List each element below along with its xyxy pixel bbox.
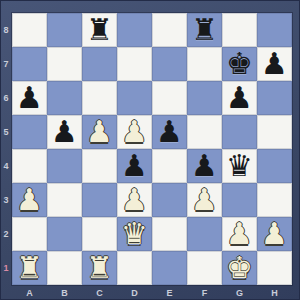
square-c1[interactable]: ♜ <box>82 251 117 285</box>
square-d8[interactable] <box>117 13 152 47</box>
black-king[interactable]: ♚ <box>226 47 253 81</box>
chess-board: ♜♜♚♟♟♟♟♟♟♟♟♟♛♟♟♟♛♟♟♜♜♚ <box>12 13 292 285</box>
white-rook[interactable]: ♜ <box>86 251 113 285</box>
rank-label-5: 5 <box>0 115 12 149</box>
square-b2[interactable] <box>47 217 82 251</box>
square-c6[interactable] <box>82 81 117 115</box>
square-g7[interactable]: ♚ <box>222 47 257 81</box>
black-pawn[interactable]: ♟ <box>121 149 148 183</box>
square-g1[interactable]: ♚ <box>222 251 257 285</box>
square-c4[interactable] <box>82 149 117 183</box>
square-g5[interactable] <box>222 115 257 149</box>
square-f3[interactable]: ♟ <box>187 183 222 217</box>
file-label-a: A <box>12 285 47 300</box>
white-pawn[interactable]: ♟ <box>121 115 148 149</box>
square-e7[interactable] <box>152 47 187 81</box>
square-a7[interactable] <box>12 47 47 81</box>
square-d7[interactable] <box>117 47 152 81</box>
white-queen[interactable]: ♛ <box>121 217 148 251</box>
square-a4[interactable] <box>12 149 47 183</box>
square-a6[interactable]: ♟ <box>12 81 47 115</box>
file-label-c: C <box>82 285 117 300</box>
square-d5[interactable]: ♟ <box>117 115 152 149</box>
square-c2[interactable] <box>82 217 117 251</box>
square-a2[interactable] <box>12 217 47 251</box>
square-b5[interactable]: ♟ <box>47 115 82 149</box>
white-pawn[interactable]: ♟ <box>226 217 253 251</box>
square-e1[interactable] <box>152 251 187 285</box>
square-h8[interactable] <box>257 13 292 47</box>
square-f5[interactable] <box>187 115 222 149</box>
square-c7[interactable] <box>82 47 117 81</box>
black-queen[interactable]: ♛ <box>226 149 253 183</box>
black-pawn[interactable]: ♟ <box>156 115 183 149</box>
square-g8[interactable] <box>222 13 257 47</box>
white-pawn[interactable]: ♟ <box>191 183 218 217</box>
square-h1[interactable] <box>257 251 292 285</box>
rank-label-4: 4 <box>0 149 12 183</box>
rank-label-6: 6 <box>0 81 12 115</box>
square-a1[interactable]: ♜ <box>12 251 47 285</box>
square-f7[interactable] <box>187 47 222 81</box>
black-pawn[interactable]: ♟ <box>16 81 43 115</box>
square-b4[interactable] <box>47 149 82 183</box>
square-h3[interactable] <box>257 183 292 217</box>
square-e5[interactable]: ♟ <box>152 115 187 149</box>
square-c3[interactable] <box>82 183 117 217</box>
black-pawn[interactable]: ♟ <box>261 47 288 81</box>
square-h4[interactable] <box>257 149 292 183</box>
white-pawn[interactable]: ♟ <box>86 115 113 149</box>
square-h7[interactable]: ♟ <box>257 47 292 81</box>
file-label-d: D <box>117 285 152 300</box>
square-b1[interactable] <box>47 251 82 285</box>
square-a8[interactable] <box>12 13 47 47</box>
square-h6[interactable] <box>257 81 292 115</box>
square-e2[interactable] <box>152 217 187 251</box>
square-e8[interactable] <box>152 13 187 47</box>
file-label-h: H <box>257 285 292 300</box>
white-pawn[interactable]: ♟ <box>16 183 43 217</box>
square-g6[interactable]: ♟ <box>222 81 257 115</box>
square-a5[interactable] <box>12 115 47 149</box>
black-pawn[interactable]: ♟ <box>191 149 218 183</box>
square-g3[interactable] <box>222 183 257 217</box>
square-b3[interactable] <box>47 183 82 217</box>
square-f6[interactable] <box>187 81 222 115</box>
square-d1[interactable] <box>117 251 152 285</box>
rank-label-2: 2 <box>0 217 12 251</box>
square-h5[interactable] <box>257 115 292 149</box>
black-pawn[interactable]: ♟ <box>226 81 253 115</box>
file-label-f: F <box>187 285 222 300</box>
file-label-g: G <box>222 285 257 300</box>
square-e4[interactable] <box>152 149 187 183</box>
white-pawn[interactable]: ♟ <box>121 183 148 217</box>
square-d6[interactable] <box>117 81 152 115</box>
square-f4[interactable]: ♟ <box>187 149 222 183</box>
rank-label-1: 1 <box>0 251 12 285</box>
square-e3[interactable] <box>152 183 187 217</box>
square-g4[interactable]: ♛ <box>222 149 257 183</box>
square-b8[interactable] <box>47 13 82 47</box>
square-b6[interactable] <box>47 81 82 115</box>
square-c8[interactable]: ♜ <box>82 13 117 47</box>
square-f2[interactable] <box>187 217 222 251</box>
rank-label-7: 7 <box>0 47 12 81</box>
file-label-b: B <box>47 285 82 300</box>
square-a3[interactable]: ♟ <box>12 183 47 217</box>
white-rook[interactable]: ♜ <box>16 251 43 285</box>
square-f8[interactable]: ♜ <box>187 13 222 47</box>
black-pawn[interactable]: ♟ <box>51 115 78 149</box>
white-king[interactable]: ♚ <box>226 251 253 285</box>
square-f1[interactable] <box>187 251 222 285</box>
black-rook[interactable]: ♜ <box>86 13 113 47</box>
file-label-e: E <box>152 285 187 300</box>
square-d4[interactable]: ♟ <box>117 149 152 183</box>
file-labels: ABCDEFGH <box>12 285 292 300</box>
square-h2[interactable]: ♟ <box>257 217 292 251</box>
square-g2[interactable]: ♟ <box>222 217 257 251</box>
square-c5[interactable]: ♟ <box>82 115 117 149</box>
black-rook[interactable]: ♜ <box>191 13 218 47</box>
square-d3[interactable]: ♟ <box>117 183 152 217</box>
rank-label-8: 8 <box>0 13 12 47</box>
white-pawn[interactable]: ♟ <box>261 217 288 251</box>
rank-label-3: 3 <box>0 183 12 217</box>
chess-board-frame: 87654321 ♜♜♚♟♟♟♟♟♟♟♟♟♛♟♟♟♛♟♟♜♜♚ ABCDEFGH <box>0 0 300 300</box>
square-d2[interactable]: ♛ <box>117 217 152 251</box>
square-b7[interactable] <box>47 47 82 81</box>
square-e6[interactable] <box>152 81 187 115</box>
rank-labels: 87654321 <box>0 13 12 285</box>
